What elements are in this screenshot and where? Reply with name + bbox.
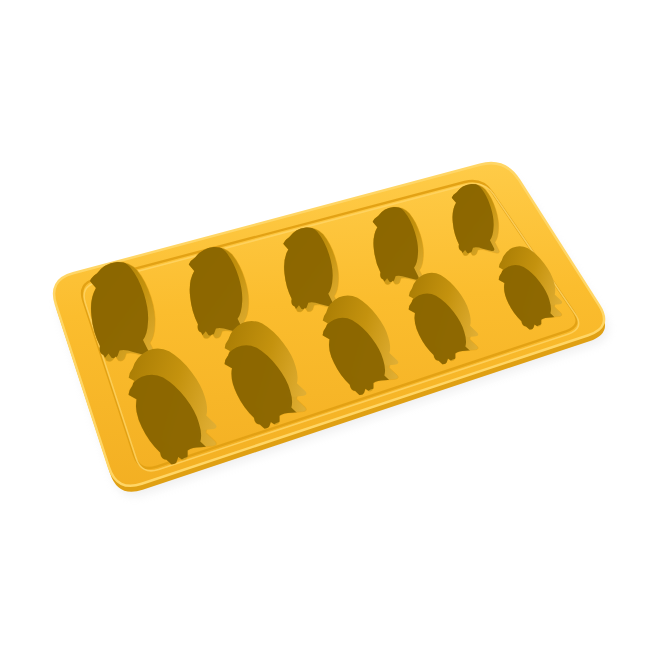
product-photo <box>0 0 650 650</box>
ice-cube-tray-image <box>0 0 650 650</box>
